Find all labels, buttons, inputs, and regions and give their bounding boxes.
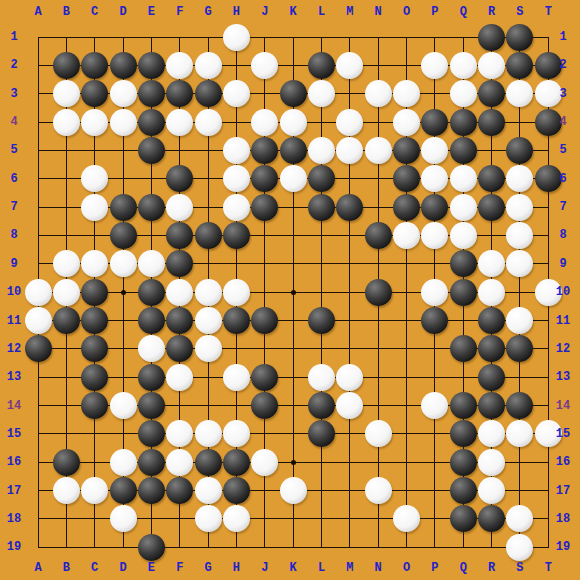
coord-label-column: S bbox=[516, 562, 523, 574]
coord-label-column: N bbox=[375, 562, 382, 574]
stone-white-B9[interactable] bbox=[53, 250, 80, 277]
stone-white-G11[interactable] bbox=[195, 307, 222, 334]
coord-label-column: K bbox=[290, 562, 297, 574]
stone-black-K3[interactable] bbox=[280, 80, 307, 107]
stone-black-E3[interactable] bbox=[138, 80, 165, 107]
stone-black-P7[interactable] bbox=[421, 194, 448, 221]
stone-black-Q18[interactable] bbox=[450, 505, 477, 532]
coord-label-row: 17 bbox=[556, 485, 570, 497]
coord-label-column: Q bbox=[460, 562, 467, 574]
stone-white-D9[interactable] bbox=[110, 250, 137, 277]
stone-black-C10[interactable] bbox=[81, 279, 108, 306]
stone-white-H10[interactable] bbox=[223, 279, 250, 306]
stone-black-S5[interactable] bbox=[506, 137, 533, 164]
stone-white-R15[interactable] bbox=[478, 420, 505, 447]
go-board[interactable]: AABBCCDDEEFFGGHHJJKKLLMMNNOOPPQQRRSSTT11… bbox=[0, 0, 580, 580]
stone-black-E15[interactable] bbox=[138, 420, 165, 447]
stone-black-Q16[interactable] bbox=[450, 449, 477, 476]
stone-black-G3[interactable] bbox=[195, 80, 222, 107]
coord-label-row: 4 bbox=[559, 116, 566, 128]
stone-white-K4[interactable] bbox=[280, 109, 307, 136]
coord-label-column: T bbox=[545, 6, 552, 18]
stone-white-O18[interactable] bbox=[393, 505, 420, 532]
stone-black-Q15[interactable] bbox=[450, 420, 477, 447]
stone-white-M4[interactable] bbox=[336, 109, 363, 136]
stone-white-Q7[interactable] bbox=[450, 194, 477, 221]
stone-black-J14[interactable] bbox=[251, 392, 278, 419]
stone-black-P4[interactable] bbox=[421, 109, 448, 136]
stone-black-R3[interactable] bbox=[478, 80, 505, 107]
stone-black-J7[interactable] bbox=[251, 194, 278, 221]
stone-black-J11[interactable] bbox=[251, 307, 278, 334]
star-point bbox=[291, 290, 296, 295]
stone-black-M7[interactable] bbox=[336, 194, 363, 221]
coord-label-column: O bbox=[403, 562, 410, 574]
coord-label-row: 5 bbox=[559, 144, 566, 156]
coord-label-column: P bbox=[431, 562, 438, 574]
coord-label-row: 17 bbox=[7, 485, 21, 497]
stone-white-D4[interactable] bbox=[110, 109, 137, 136]
coord-label-column: B bbox=[63, 6, 70, 18]
stone-white-G18[interactable] bbox=[195, 505, 222, 532]
stone-white-E9[interactable] bbox=[138, 250, 165, 277]
coord-label-column: F bbox=[176, 6, 183, 18]
stone-white-S18[interactable] bbox=[506, 505, 533, 532]
stone-black-D17[interactable] bbox=[110, 477, 137, 504]
coord-label-row: 9 bbox=[10, 258, 17, 270]
stone-black-R18[interactable] bbox=[478, 505, 505, 532]
stone-black-T6[interactable] bbox=[535, 165, 562, 192]
stone-white-M13[interactable] bbox=[336, 364, 363, 391]
stone-white-K6[interactable] bbox=[280, 165, 307, 192]
stone-white-P6[interactable] bbox=[421, 165, 448, 192]
stone-black-C3[interactable] bbox=[81, 80, 108, 107]
stone-black-R13[interactable] bbox=[478, 364, 505, 391]
stone-white-G17[interactable] bbox=[195, 477, 222, 504]
stone-black-R7[interactable] bbox=[478, 194, 505, 221]
stone-white-S11[interactable] bbox=[506, 307, 533, 334]
coord-label-row: 7 bbox=[559, 201, 566, 213]
grid-vertical-line bbox=[321, 37, 322, 548]
stone-black-C13[interactable] bbox=[81, 364, 108, 391]
stone-white-Q2[interactable] bbox=[450, 52, 477, 79]
stone-white-H3[interactable] bbox=[223, 80, 250, 107]
stone-black-S2[interactable] bbox=[506, 52, 533, 79]
stone-white-C7[interactable] bbox=[81, 194, 108, 221]
coord-label-column: B bbox=[63, 562, 70, 574]
stone-black-R4[interactable] bbox=[478, 109, 505, 136]
stone-white-G15[interactable] bbox=[195, 420, 222, 447]
stone-white-F4[interactable] bbox=[166, 109, 193, 136]
coord-label-row: 2 bbox=[559, 59, 566, 71]
stone-white-O3[interactable] bbox=[393, 80, 420, 107]
stone-white-N3[interactable] bbox=[365, 80, 392, 107]
stone-white-F7[interactable] bbox=[166, 194, 193, 221]
stone-white-F2[interactable] bbox=[166, 52, 193, 79]
coord-label-row: 18 bbox=[556, 513, 570, 525]
stone-white-B17[interactable] bbox=[53, 477, 80, 504]
coord-label-row: 8 bbox=[559, 229, 566, 241]
stone-black-B16[interactable] bbox=[53, 449, 80, 476]
stone-white-C6[interactable] bbox=[81, 165, 108, 192]
coord-label-row: 19 bbox=[7, 541, 21, 553]
coord-label-row: 9 bbox=[559, 258, 566, 270]
coord-label-column: M bbox=[346, 562, 353, 574]
stone-black-O7[interactable] bbox=[393, 194, 420, 221]
stone-white-T3[interactable] bbox=[535, 80, 562, 107]
coord-label-row: 16 bbox=[7, 456, 21, 468]
coord-label-column: O bbox=[403, 6, 410, 18]
stone-white-A11[interactable] bbox=[25, 307, 52, 334]
coord-label-row: 11 bbox=[556, 315, 570, 327]
stone-black-F12[interactable] bbox=[166, 335, 193, 362]
grid-horizontal-line bbox=[38, 37, 549, 38]
stone-black-F11[interactable] bbox=[166, 307, 193, 334]
stone-white-R16[interactable] bbox=[478, 449, 505, 476]
coord-label-row: 6 bbox=[559, 173, 566, 185]
coord-label-row: 11 bbox=[7, 315, 21, 327]
stone-black-D2[interactable] bbox=[110, 52, 137, 79]
stone-white-F10[interactable] bbox=[166, 279, 193, 306]
coord-label-row: 16 bbox=[556, 456, 570, 468]
stone-white-R9[interactable] bbox=[478, 250, 505, 277]
stone-white-S7[interactable] bbox=[506, 194, 533, 221]
stone-black-O6[interactable] bbox=[393, 165, 420, 192]
stone-black-H16[interactable] bbox=[223, 449, 250, 476]
stone-black-L11[interactable] bbox=[308, 307, 335, 334]
stone-black-Q4[interactable] bbox=[450, 109, 477, 136]
stone-white-S15[interactable] bbox=[506, 420, 533, 447]
coord-label-row: 5 bbox=[10, 144, 17, 156]
stone-white-P8[interactable] bbox=[421, 222, 448, 249]
stone-black-J13[interactable] bbox=[251, 364, 278, 391]
stone-white-P10[interactable] bbox=[421, 279, 448, 306]
stone-black-E11[interactable] bbox=[138, 307, 165, 334]
grid-horizontal-line bbox=[38, 320, 549, 321]
stone-white-H5[interactable] bbox=[223, 137, 250, 164]
stone-white-D18[interactable] bbox=[110, 505, 137, 532]
stone-black-Q12[interactable] bbox=[450, 335, 477, 362]
stone-black-F6[interactable] bbox=[166, 165, 193, 192]
stone-black-E16[interactable] bbox=[138, 449, 165, 476]
stone-white-N17[interactable] bbox=[365, 477, 392, 504]
coord-label-row: 2 bbox=[10, 59, 17, 71]
stone-black-Q14[interactable] bbox=[450, 392, 477, 419]
coord-label-row: 3 bbox=[559, 88, 566, 100]
coord-label-row: 14 bbox=[7, 400, 21, 412]
coord-label-column: E bbox=[148, 6, 155, 18]
stone-black-T4[interactable] bbox=[535, 109, 562, 136]
stone-white-D16[interactable] bbox=[110, 449, 137, 476]
stone-white-S8[interactable] bbox=[506, 222, 533, 249]
coord-label-column: J bbox=[261, 562, 268, 574]
stone-white-P14[interactable] bbox=[421, 392, 448, 419]
stone-white-C9[interactable] bbox=[81, 250, 108, 277]
stone-white-D3[interactable] bbox=[110, 80, 137, 107]
stone-white-G2[interactable] bbox=[195, 52, 222, 79]
coord-label-column: J bbox=[261, 6, 268, 18]
stone-black-H17[interactable] bbox=[223, 477, 250, 504]
coord-label-row: 3 bbox=[10, 88, 17, 100]
coord-label-column: A bbox=[34, 6, 41, 18]
stone-white-G10[interactable] bbox=[195, 279, 222, 306]
stone-black-C11[interactable] bbox=[81, 307, 108, 334]
stone-white-E12[interactable] bbox=[138, 335, 165, 362]
stone-black-A12[interactable] bbox=[25, 335, 52, 362]
stone-white-P5[interactable] bbox=[421, 137, 448, 164]
stone-black-F3[interactable] bbox=[166, 80, 193, 107]
stone-black-H11[interactable] bbox=[223, 307, 250, 334]
coord-label-column: R bbox=[488, 6, 495, 18]
stone-white-H7[interactable] bbox=[223, 194, 250, 221]
stone-white-L3[interactable] bbox=[308, 80, 335, 107]
stone-white-K17[interactable] bbox=[280, 477, 307, 504]
stone-white-S6[interactable] bbox=[506, 165, 533, 192]
coord-label-row: 10 bbox=[7, 286, 21, 298]
stone-black-C12[interactable] bbox=[81, 335, 108, 362]
stone-black-E14[interactable] bbox=[138, 392, 165, 419]
stone-white-D14[interactable] bbox=[110, 392, 137, 419]
stone-white-G4[interactable] bbox=[195, 109, 222, 136]
coord-label-column: H bbox=[233, 562, 240, 574]
stone-white-N15[interactable] bbox=[365, 420, 392, 447]
stone-white-J16[interactable] bbox=[251, 449, 278, 476]
coord-label-row: 14 bbox=[556, 400, 570, 412]
coord-label-row: 8 bbox=[10, 229, 17, 241]
stone-white-H13[interactable] bbox=[223, 364, 250, 391]
stone-black-F8[interactable] bbox=[166, 222, 193, 249]
stone-black-D8[interactable] bbox=[110, 222, 137, 249]
stone-white-M2[interactable] bbox=[336, 52, 363, 79]
stone-white-L13[interactable] bbox=[308, 364, 335, 391]
stone-white-M5[interactable] bbox=[336, 137, 363, 164]
coord-label-row: 1 bbox=[10, 31, 17, 43]
grid-horizontal-line bbox=[38, 547, 549, 548]
coord-label-row: 13 bbox=[556, 371, 570, 383]
stone-white-O4[interactable] bbox=[393, 109, 420, 136]
stone-white-R2[interactable] bbox=[478, 52, 505, 79]
coord-label-column: L bbox=[318, 6, 325, 18]
stone-black-Q10[interactable] bbox=[450, 279, 477, 306]
stone-white-S3[interactable] bbox=[506, 80, 533, 107]
grid-horizontal-line bbox=[38, 377, 549, 378]
stone-white-N5[interactable] bbox=[365, 137, 392, 164]
coord-label-column: M bbox=[346, 6, 353, 18]
stone-black-C2[interactable] bbox=[81, 52, 108, 79]
coord-label-column: G bbox=[204, 6, 211, 18]
stone-white-Q3[interactable] bbox=[450, 80, 477, 107]
coord-label-row: 12 bbox=[556, 343, 570, 355]
coord-label-column: E bbox=[148, 562, 155, 574]
stone-white-A10[interactable] bbox=[25, 279, 52, 306]
stone-black-R6[interactable] bbox=[478, 165, 505, 192]
coord-label-column: D bbox=[119, 562, 126, 574]
grid-vertical-line bbox=[519, 37, 520, 548]
stone-black-B2[interactable] bbox=[53, 52, 80, 79]
coord-label-column: F bbox=[176, 562, 183, 574]
coord-label-column: K bbox=[290, 6, 297, 18]
stone-white-H18[interactable] bbox=[223, 505, 250, 532]
stone-black-N8[interactable] bbox=[365, 222, 392, 249]
stone-black-Q5[interactable] bbox=[450, 137, 477, 164]
coord-label-column: R bbox=[488, 562, 495, 574]
coord-label-row: 1 bbox=[559, 31, 566, 43]
stone-black-G16[interactable] bbox=[195, 449, 222, 476]
stone-black-L2[interactable] bbox=[308, 52, 335, 79]
stone-white-R17[interactable] bbox=[478, 477, 505, 504]
coord-label-row: 4 bbox=[10, 116, 17, 128]
coord-label-row: 13 bbox=[7, 371, 21, 383]
stone-black-B11[interactable] bbox=[53, 307, 80, 334]
stone-white-H15[interactable] bbox=[223, 420, 250, 447]
stone-black-D7[interactable] bbox=[110, 194, 137, 221]
stone-black-L7[interactable] bbox=[308, 194, 335, 221]
stone-white-H1[interactable] bbox=[223, 24, 250, 51]
stone-black-R14[interactable] bbox=[478, 392, 505, 419]
coord-label-row: 15 bbox=[7, 428, 21, 440]
stone-white-O8[interactable] bbox=[393, 222, 420, 249]
stone-black-J6[interactable] bbox=[251, 165, 278, 192]
stone-black-L15[interactable] bbox=[308, 420, 335, 447]
stone-black-E10[interactable] bbox=[138, 279, 165, 306]
stone-black-Q9[interactable] bbox=[450, 250, 477, 277]
stone-black-Q17[interactable] bbox=[450, 477, 477, 504]
stone-white-M14[interactable] bbox=[336, 392, 363, 419]
stone-white-S9[interactable] bbox=[506, 250, 533, 277]
coord-label-column: P bbox=[431, 6, 438, 18]
stone-black-E5[interactable] bbox=[138, 137, 165, 164]
stone-black-S12[interactable] bbox=[506, 335, 533, 362]
stone-black-E2[interactable] bbox=[138, 52, 165, 79]
stone-black-H8[interactable] bbox=[223, 222, 250, 249]
stone-white-H6[interactable] bbox=[223, 165, 250, 192]
stone-black-E13[interactable] bbox=[138, 364, 165, 391]
coord-label-row: 19 bbox=[556, 541, 570, 553]
coord-label-row: 12 bbox=[7, 343, 21, 355]
coord-label-column: C bbox=[91, 562, 98, 574]
stone-white-C17[interactable] bbox=[81, 477, 108, 504]
coord-label-column: G bbox=[204, 562, 211, 574]
stone-white-J4[interactable] bbox=[251, 109, 278, 136]
stone-white-G12[interactable] bbox=[195, 335, 222, 362]
star-point bbox=[291, 460, 296, 465]
stone-black-S1[interactable] bbox=[506, 24, 533, 51]
stone-black-T2[interactable] bbox=[535, 52, 562, 79]
coord-label-column: N bbox=[375, 6, 382, 18]
stone-black-R12[interactable] bbox=[478, 335, 505, 362]
stone-white-B3[interactable] bbox=[53, 80, 80, 107]
stone-black-R1[interactable] bbox=[478, 24, 505, 51]
stone-black-K5[interactable] bbox=[280, 137, 307, 164]
stone-white-B10[interactable] bbox=[53, 279, 80, 306]
stone-white-R10[interactable] bbox=[478, 279, 505, 306]
stone-black-E4[interactable] bbox=[138, 109, 165, 136]
coord-label-row: 18 bbox=[7, 513, 21, 525]
stone-white-F15[interactable] bbox=[166, 420, 193, 447]
stone-black-S14[interactable] bbox=[506, 392, 533, 419]
stone-white-B4[interactable] bbox=[53, 109, 80, 136]
stone-black-R11[interactable] bbox=[478, 307, 505, 334]
coord-label-column: H bbox=[233, 6, 240, 18]
stone-black-F9[interactable] bbox=[166, 250, 193, 277]
stone-black-N10[interactable] bbox=[365, 279, 392, 306]
stone-black-L14[interactable] bbox=[308, 392, 335, 419]
coord-label-row: 15 bbox=[556, 428, 570, 440]
stone-white-L5[interactable] bbox=[308, 137, 335, 164]
stone-black-G8[interactable] bbox=[195, 222, 222, 249]
stone-black-E17[interactable] bbox=[138, 477, 165, 504]
coord-label-row: 7 bbox=[10, 201, 17, 213]
coord-label-column: L bbox=[318, 562, 325, 574]
stone-black-C14[interactable] bbox=[81, 392, 108, 419]
coord-label-column: C bbox=[91, 6, 98, 18]
star-point bbox=[121, 290, 126, 295]
stone-black-O5[interactable] bbox=[393, 137, 420, 164]
stone-black-L6[interactable] bbox=[308, 165, 335, 192]
coord-label-column: Q bbox=[460, 6, 467, 18]
stone-white-Q6[interactable] bbox=[450, 165, 477, 192]
stone-white-F13[interactable] bbox=[166, 364, 193, 391]
coord-label-column: S bbox=[516, 6, 523, 18]
coord-label-row: 10 bbox=[556, 286, 570, 298]
stone-black-J5[interactable] bbox=[251, 137, 278, 164]
stone-white-F16[interactable] bbox=[166, 449, 193, 476]
stone-white-Q8[interactable] bbox=[450, 222, 477, 249]
stone-white-S19[interactable] bbox=[506, 534, 533, 561]
stone-white-P2[interactable] bbox=[421, 52, 448, 79]
coord-label-row: 6 bbox=[10, 173, 17, 185]
coord-label-column: T bbox=[545, 562, 552, 574]
stone-black-E7[interactable] bbox=[138, 194, 165, 221]
stone-black-E19[interactable] bbox=[138, 534, 165, 561]
stone-black-F17[interactable] bbox=[166, 477, 193, 504]
stone-white-J2[interactable] bbox=[251, 52, 278, 79]
coord-label-column: A bbox=[34, 562, 41, 574]
stone-white-C4[interactable] bbox=[81, 109, 108, 136]
coord-label-column: D bbox=[119, 6, 126, 18]
stone-black-P11[interactable] bbox=[421, 307, 448, 334]
